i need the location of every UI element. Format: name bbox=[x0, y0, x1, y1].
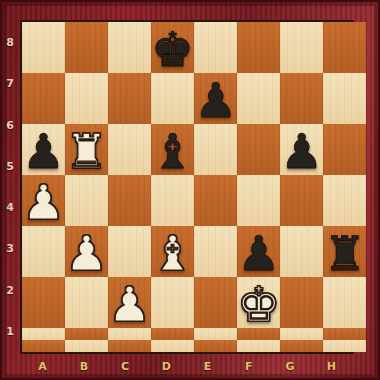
square-e2[interactable] bbox=[194, 328, 237, 340]
piece-white-pawn[interactable]: ♟ bbox=[22, 178, 65, 226]
square-h8[interactable] bbox=[323, 22, 366, 73]
file-label-g: G bbox=[270, 354, 311, 378]
square-b1[interactable] bbox=[65, 340, 108, 352]
square-b4[interactable]: ♟ bbox=[65, 226, 108, 277]
square-h7[interactable] bbox=[323, 73, 366, 124]
square-e3[interactable] bbox=[194, 277, 237, 328]
rank-label-7: 7 bbox=[0, 63, 20, 104]
rank-label-1: 1 bbox=[0, 311, 20, 352]
piece-black-pawn[interactable]: ♟ bbox=[194, 76, 237, 124]
square-c8[interactable] bbox=[108, 22, 151, 73]
square-b3[interactable] bbox=[65, 277, 108, 328]
square-c1[interactable] bbox=[108, 340, 151, 352]
square-a7[interactable] bbox=[22, 73, 65, 124]
square-e8[interactable] bbox=[194, 22, 237, 73]
square-e6[interactable] bbox=[194, 124, 237, 175]
square-g1[interactable] bbox=[280, 340, 323, 352]
piece-black-pawn[interactable]: ♟ bbox=[237, 229, 280, 277]
rank-label-5: 5 bbox=[0, 146, 20, 187]
file-label-b: B bbox=[63, 354, 104, 378]
square-a3[interactable] bbox=[22, 277, 65, 328]
file-label-a: A bbox=[22, 354, 63, 378]
square-d2[interactable] bbox=[151, 328, 194, 340]
square-d3[interactable] bbox=[151, 277, 194, 328]
square-d7[interactable] bbox=[151, 73, 194, 124]
file-label-c: C bbox=[105, 354, 146, 378]
square-g8[interactable] bbox=[280, 22, 323, 73]
square-c7[interactable] bbox=[108, 73, 151, 124]
square-b6[interactable]: ♜ bbox=[65, 124, 108, 175]
rank-label-6: 6 bbox=[0, 105, 20, 146]
file-label-f: F bbox=[228, 354, 269, 378]
square-b2[interactable] bbox=[65, 328, 108, 340]
chess-board-frame: 87654321 ♚♟♟♜♝♟♟♟♝♟♜♟♚ ABCDEFGH bbox=[0, 0, 380, 380]
square-a8[interactable] bbox=[22, 22, 65, 73]
square-g4[interactable] bbox=[280, 226, 323, 277]
square-e5[interactable] bbox=[194, 175, 237, 226]
square-b8[interactable] bbox=[65, 22, 108, 73]
square-f4[interactable]: ♟ bbox=[237, 226, 280, 277]
square-c5[interactable] bbox=[108, 175, 151, 226]
rank-labels: 87654321 bbox=[0, 22, 20, 352]
square-a5[interactable]: ♟ bbox=[22, 175, 65, 226]
square-a6[interactable]: ♟ bbox=[22, 124, 65, 175]
piece-black-bishop[interactable]: ♝ bbox=[151, 127, 194, 175]
square-f3[interactable]: ♚ bbox=[237, 277, 280, 328]
square-f1[interactable] bbox=[237, 340, 280, 352]
piece-white-bishop[interactable]: ♝ bbox=[151, 229, 194, 277]
square-g3[interactable] bbox=[280, 277, 323, 328]
square-h6[interactable] bbox=[323, 124, 366, 175]
square-c6[interactable] bbox=[108, 124, 151, 175]
file-label-e: E bbox=[187, 354, 228, 378]
square-h3[interactable] bbox=[323, 277, 366, 328]
square-h4[interactable]: ♜ bbox=[323, 226, 366, 277]
square-f5[interactable] bbox=[237, 175, 280, 226]
square-b7[interactable] bbox=[65, 73, 108, 124]
piece-white-king[interactable]: ♚ bbox=[237, 280, 280, 328]
file-labels: ABCDEFGH bbox=[22, 354, 352, 378]
square-g7[interactable] bbox=[280, 73, 323, 124]
rank-label-4: 4 bbox=[0, 187, 20, 228]
square-e1[interactable] bbox=[194, 340, 237, 352]
square-g6[interactable]: ♟ bbox=[280, 124, 323, 175]
square-f7[interactable] bbox=[237, 73, 280, 124]
file-label-h: H bbox=[311, 354, 352, 378]
square-c2[interactable] bbox=[108, 328, 151, 340]
square-a2[interactable] bbox=[22, 328, 65, 340]
square-g5[interactable] bbox=[280, 175, 323, 226]
square-g2[interactable] bbox=[280, 328, 323, 340]
square-e7[interactable]: ♟ bbox=[194, 73, 237, 124]
square-h5[interactable] bbox=[323, 175, 366, 226]
file-label-d: D bbox=[146, 354, 187, 378]
square-d8[interactable]: ♚ bbox=[151, 22, 194, 73]
piece-black-rook[interactable]: ♜ bbox=[323, 229, 366, 277]
square-d6[interactable]: ♝ bbox=[151, 124, 194, 175]
piece-black-pawn[interactable]: ♟ bbox=[280, 127, 323, 175]
rank-label-3: 3 bbox=[0, 228, 20, 269]
square-c4[interactable] bbox=[108, 226, 151, 277]
square-f2[interactable] bbox=[237, 328, 280, 340]
square-a1[interactable] bbox=[22, 340, 65, 352]
square-b5[interactable] bbox=[65, 175, 108, 226]
square-h2[interactable] bbox=[323, 328, 366, 340]
square-a4[interactable] bbox=[22, 226, 65, 277]
rank-label-8: 8 bbox=[0, 22, 20, 63]
piece-white-pawn[interactable]: ♟ bbox=[65, 229, 108, 277]
piece-white-rook[interactable]: ♜ bbox=[65, 127, 108, 175]
piece-white-pawn[interactable]: ♟ bbox=[108, 280, 151, 328]
square-f6[interactable] bbox=[237, 124, 280, 175]
piece-black-pawn[interactable]: ♟ bbox=[22, 127, 65, 175]
square-d5[interactable] bbox=[151, 175, 194, 226]
square-e4[interactable] bbox=[194, 226, 237, 277]
square-f8[interactable] bbox=[237, 22, 280, 73]
rank-label-2: 2 bbox=[0, 270, 20, 311]
piece-black-king[interactable]: ♚ bbox=[151, 25, 194, 73]
square-c3[interactable]: ♟ bbox=[108, 277, 151, 328]
chess-board[interactable]: ♚♟♟♜♝♟♟♟♝♟♜♟♚ bbox=[20, 20, 354, 354]
square-d1[interactable] bbox=[151, 340, 194, 352]
square-h1[interactable] bbox=[323, 340, 366, 352]
square-d4[interactable]: ♝ bbox=[151, 226, 194, 277]
